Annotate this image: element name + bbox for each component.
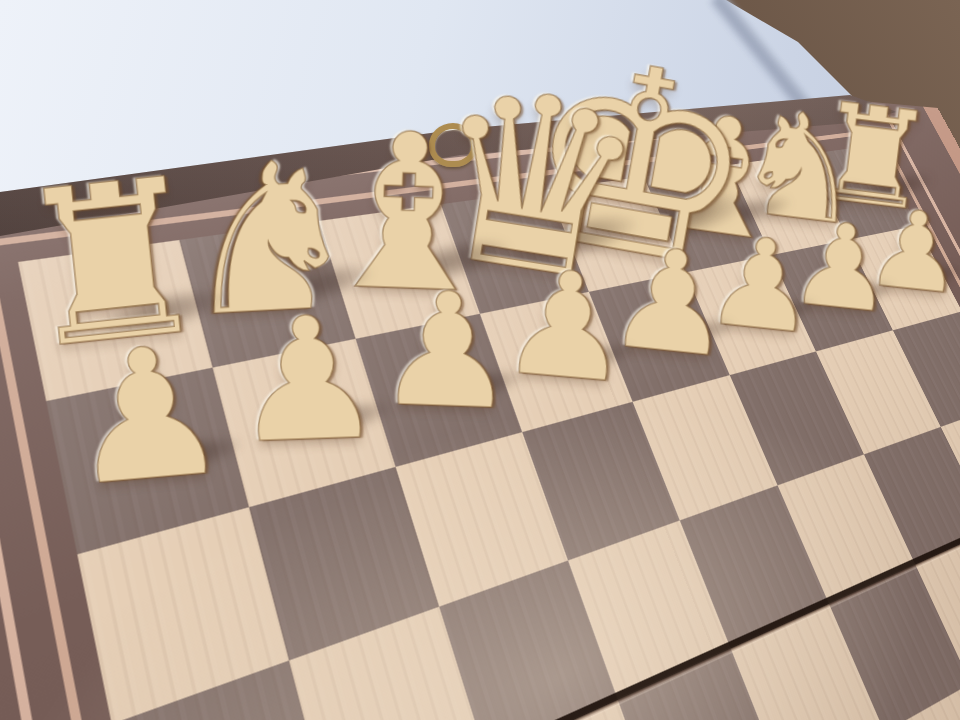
white-pawn-b7: ♟	[229, 292, 387, 467]
white-pawn-a7: ♟	[59, 319, 235, 512]
white-pawn-c7: ♟	[374, 269, 521, 432]
photo-scene: ♜♞♝♛♚♝♞♜♟♟♟♟♟♟♟♟	[0, 0, 960, 720]
piece-layer: ♜♞♝♛♚♝♞♜♟♟♟♟♟♟♟♟	[0, 0, 960, 720]
